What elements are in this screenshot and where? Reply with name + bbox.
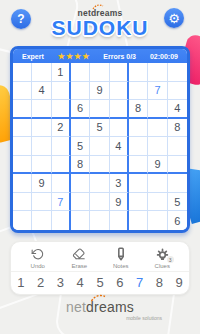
cell-r6c3[interactable] bbox=[52, 156, 71, 175]
eraser-icon bbox=[72, 246, 86, 262]
sudoku-grid: 14976842585489937956 bbox=[13, 63, 187, 230]
undo-icon bbox=[31, 246, 45, 262]
numpad-6[interactable]: 6 bbox=[110, 272, 130, 294]
numpad-1[interactable]: 1 bbox=[11, 272, 31, 294]
errors-counter: Errors 0/3 bbox=[103, 53, 136, 60]
cell-r3c4[interactable]: 6 bbox=[71, 100, 90, 119]
cell-r2c8[interactable]: 7 bbox=[148, 82, 167, 101]
cell-r7c2[interactable]: 9 bbox=[32, 174, 51, 193]
cell-r4c9[interactable]: 8 bbox=[168, 119, 187, 138]
cell-r3c9[interactable]: 4 bbox=[168, 100, 187, 119]
numpad-3[interactable]: 3 bbox=[51, 272, 71, 294]
cell-r4c8[interactable] bbox=[148, 119, 167, 138]
cell-r2c2[interactable]: 4 bbox=[32, 82, 51, 101]
cell-r1c2[interactable] bbox=[32, 63, 51, 82]
cell-r8c9[interactable]: 5 bbox=[168, 193, 187, 212]
cell-r8c2[interactable] bbox=[32, 193, 51, 212]
cell-r9c2[interactable] bbox=[32, 211, 51, 230]
clues-button[interactable]: 3 Clues bbox=[142, 246, 184, 269]
toolbar: Undo Erase Notes bbox=[10, 241, 190, 295]
cell-r7c9[interactable] bbox=[168, 174, 187, 193]
cell-r5c6[interactable]: 4 bbox=[110, 137, 129, 156]
cell-r9c4[interactable] bbox=[71, 211, 90, 230]
cell-r1c1[interactable] bbox=[13, 63, 32, 82]
cell-r3c3[interactable] bbox=[52, 100, 71, 119]
footer-swoosh-icon bbox=[90, 293, 106, 302]
cell-r7c3[interactable] bbox=[52, 174, 71, 193]
cell-r6c6[interactable] bbox=[110, 156, 129, 175]
tool-label: Notes bbox=[113, 263, 129, 269]
sudoku-board: Expert ★★★★ Errors 0/3 02:00:09 14976842… bbox=[10, 46, 190, 233]
cell-r3c5[interactable] bbox=[90, 100, 109, 119]
cell-r3c2[interactable] bbox=[32, 100, 51, 119]
cell-r8c6[interactable]: 9 bbox=[110, 193, 129, 212]
cell-r4c3[interactable]: 2 bbox=[52, 119, 71, 138]
cell-r2c3[interactable] bbox=[52, 82, 71, 101]
cell-r9c7[interactable] bbox=[129, 211, 148, 230]
cell-r9c1[interactable] bbox=[13, 211, 32, 230]
tool-label: Undo bbox=[31, 263, 45, 269]
tool-label: Erase bbox=[71, 263, 87, 269]
cell-r5c1[interactable] bbox=[13, 137, 32, 156]
numpad-9[interactable]: 9 bbox=[169, 272, 189, 294]
cell-r8c3[interactable]: 7 bbox=[52, 193, 71, 212]
cell-r7c5[interactable] bbox=[90, 174, 109, 193]
cell-r1c7[interactable] bbox=[129, 63, 148, 82]
star-icon: ★ bbox=[74, 52, 81, 61]
cell-r8c1[interactable] bbox=[13, 193, 32, 212]
cell-r6c9[interactable] bbox=[168, 156, 187, 175]
cell-r9c3[interactable] bbox=[52, 211, 71, 230]
cell-r1c9[interactable] bbox=[168, 63, 187, 82]
timer: 02:00:09 bbox=[150, 53, 178, 60]
cell-r6c2[interactable] bbox=[32, 156, 51, 175]
numpad-7[interactable]: 7 bbox=[130, 272, 150, 294]
difficulty-label: Expert bbox=[22, 53, 44, 60]
cell-r8c5[interactable] bbox=[90, 193, 109, 212]
cell-r7c6[interactable]: 3 bbox=[110, 174, 129, 193]
cell-r9c8[interactable] bbox=[148, 211, 167, 230]
cell-r7c8[interactable] bbox=[148, 174, 167, 193]
cell-r4c4[interactable] bbox=[71, 119, 90, 138]
cell-r3c7[interactable]: 8 bbox=[129, 100, 148, 119]
numpad-2[interactable]: 2 bbox=[31, 272, 51, 294]
cell-r1c5[interactable] bbox=[90, 63, 109, 82]
brand-swoosh-icon bbox=[92, 3, 104, 10]
cell-r1c8[interactable] bbox=[148, 63, 167, 82]
cell-r5c8[interactable] bbox=[148, 137, 167, 156]
numpad-5[interactable]: 5 bbox=[90, 272, 110, 294]
cell-r6c1[interactable] bbox=[13, 156, 32, 175]
cell-r7c7[interactable] bbox=[129, 174, 148, 193]
lightbulb-icon: 3 bbox=[155, 246, 170, 262]
cell-r2c6[interactable] bbox=[110, 82, 129, 101]
cell-r4c6[interactable] bbox=[110, 119, 129, 138]
tool-label: Clues bbox=[155, 263, 170, 269]
cell-r1c3[interactable]: 1 bbox=[52, 63, 71, 82]
cell-r4c2[interactable] bbox=[32, 119, 51, 138]
cell-r6c5[interactable] bbox=[90, 156, 109, 175]
footer-brand-net: net bbox=[66, 299, 86, 315]
star-icon: ★ bbox=[82, 52, 89, 61]
cell-r5c5[interactable] bbox=[90, 137, 109, 156]
star-icon: ★ bbox=[66, 52, 73, 61]
cell-r5c3[interactable] bbox=[52, 137, 71, 156]
cell-r6c4[interactable]: 8 bbox=[71, 156, 90, 175]
clues-count-badge: 3 bbox=[167, 256, 174, 263]
tool-buttons: Undo Erase Notes bbox=[11, 242, 189, 271]
cell-r1c6[interactable] bbox=[110, 63, 129, 82]
cell-r6c7[interactable] bbox=[129, 156, 148, 175]
numpad-8[interactable]: 8 bbox=[149, 272, 169, 294]
cell-r4c1[interactable] bbox=[13, 119, 32, 138]
cell-r8c7[interactable] bbox=[129, 193, 148, 212]
cell-r7c4[interactable] bbox=[71, 174, 90, 193]
difficulty-stars: ★★★★ bbox=[58, 52, 90, 61]
cell-r2c1[interactable] bbox=[13, 82, 32, 101]
cell-r8c8[interactable] bbox=[148, 193, 167, 212]
numpad-4[interactable]: 4 bbox=[70, 272, 90, 294]
erase-button[interactable]: Erase bbox=[59, 246, 101, 269]
cell-r8c4[interactable] bbox=[71, 193, 90, 212]
cell-r7c1[interactable] bbox=[13, 174, 32, 193]
cell-r3c8[interactable] bbox=[148, 100, 167, 119]
cell-r3c1[interactable] bbox=[13, 100, 32, 119]
cell-r2c7[interactable] bbox=[129, 82, 148, 101]
notes-button[interactable]: Notes bbox=[100, 246, 142, 269]
cell-r1c4[interactable] bbox=[71, 63, 90, 82]
cell-r4c5[interactable]: 5 bbox=[90, 119, 109, 138]
star-icon: ★ bbox=[58, 52, 65, 61]
number-pad: 123456789 bbox=[11, 271, 189, 294]
cell-r9c6[interactable] bbox=[110, 211, 129, 230]
cell-r5c2[interactable] bbox=[32, 137, 51, 156]
footer-tagline: mobile solutions bbox=[126, 315, 162, 321]
sudoku-app: ? ⚙ netdreams SUDOKU Expert ★★★★ Errors … bbox=[0, 0, 200, 334]
cell-r9c5[interactable] bbox=[90, 211, 109, 230]
page-title: SUDOKU bbox=[0, 16, 200, 40]
cell-r5c4[interactable]: 5 bbox=[71, 137, 90, 156]
cell-r3c6[interactable] bbox=[110, 100, 129, 119]
undo-button[interactable]: Undo bbox=[17, 246, 59, 269]
footer-brand: netdreams bbox=[66, 299, 134, 315]
cell-r9c9[interactable]: 6 bbox=[168, 211, 187, 230]
cell-r2c5[interactable]: 9 bbox=[90, 82, 109, 101]
cell-r6c8[interactable]: 9 bbox=[148, 156, 167, 175]
status-bar: Expert ★★★★ Errors 0/3 02:00:09 bbox=[13, 49, 187, 63]
cell-r2c9[interactable] bbox=[168, 82, 187, 101]
cell-r5c9[interactable] bbox=[168, 137, 187, 156]
cell-r5c7[interactable] bbox=[129, 137, 148, 156]
cell-r4c7[interactable] bbox=[129, 119, 148, 138]
footer-logo: netdreams mobile solutions bbox=[0, 299, 200, 321]
pencil-icon bbox=[114, 246, 128, 262]
cell-r2c4[interactable] bbox=[71, 82, 90, 101]
